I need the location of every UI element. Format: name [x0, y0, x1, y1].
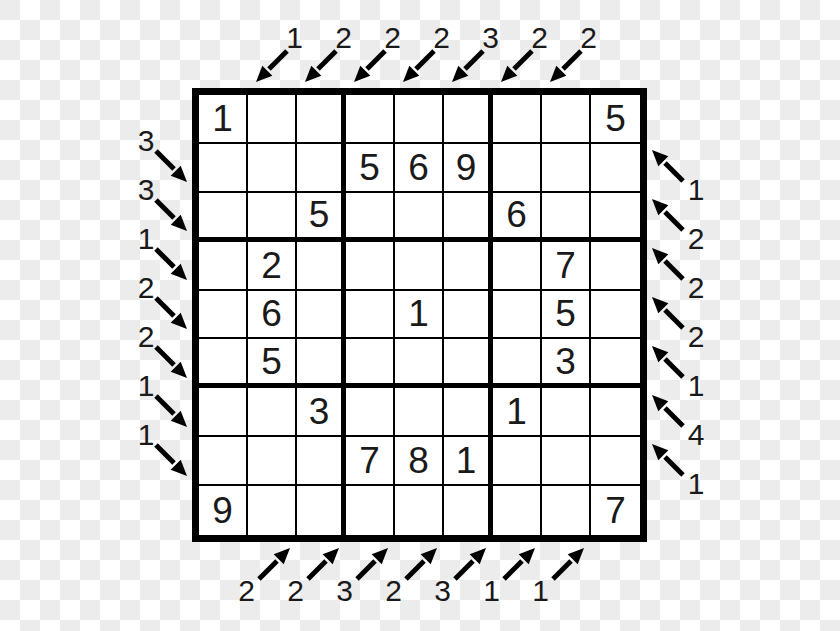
cell-r6c3[interactable]: [297, 339, 346, 388]
arrow-down-left-icon: [546, 46, 586, 86]
cell-r1c6[interactable]: [444, 95, 493, 144]
cell-r4c5[interactable]: [395, 242, 444, 291]
arrow-down-left-icon: [301, 46, 341, 86]
cell-r3c7[interactable]: 6: [493, 193, 542, 242]
cell-r3c2[interactable]: [248, 193, 297, 242]
arrow-down-right-icon: [151, 293, 191, 333]
cell-r5c8[interactable]: 5: [542, 291, 591, 340]
arrow-up-left-icon: [648, 146, 688, 186]
cell-r2c1[interactable]: [199, 144, 248, 193]
cell-r4c3[interactable]: [297, 242, 346, 291]
cell-r6c1[interactable]: [199, 339, 248, 388]
cell-r7c9[interactable]: [591, 388, 640, 437]
arrow-down-left-icon: [252, 46, 292, 86]
cell-r8c6[interactable]: 1: [444, 437, 493, 486]
cell-r3c9[interactable]: [591, 193, 640, 242]
cell-r3c5[interactable]: [395, 193, 444, 242]
clue-bottom-4-value: 3: [336, 576, 353, 606]
cell-r5c3[interactable]: [297, 291, 346, 340]
arrow-down-left-icon: [350, 46, 390, 86]
clue-right-2-value: 1: [688, 175, 705, 205]
cell-r7c2[interactable]: [248, 388, 297, 437]
cell-r8c1[interactable]: [199, 437, 248, 486]
sudoku-board: 155695627615533178197: [192, 88, 647, 542]
cell-r3c3[interactable]: 5: [297, 193, 346, 242]
clue-bottom-6-value: 3: [434, 576, 451, 606]
clue-right-6-value: 1: [688, 371, 705, 401]
arrow-down-right-icon: [151, 244, 191, 284]
cell-r7c5[interactable]: [395, 388, 444, 437]
cell-r8c3[interactable]: [297, 437, 346, 486]
cell-r2c6[interactable]: 9: [444, 144, 493, 193]
cell-r9c1[interactable]: 9: [199, 486, 248, 535]
clue-right-5-value: 2: [688, 322, 705, 352]
cell-r2c9[interactable]: [591, 144, 640, 193]
cell-r1c9[interactable]: 5: [591, 95, 640, 144]
cell-r3c1[interactable]: [199, 193, 248, 242]
cell-r9c9[interactable]: 7: [591, 486, 640, 535]
cell-r5c5[interactable]: 1: [395, 291, 444, 340]
cell-r1c5[interactable]: [395, 95, 444, 144]
cell-r4c2[interactable]: 2: [248, 242, 297, 291]
cell-r7c7[interactable]: 1: [493, 388, 542, 437]
cell-r4c1[interactable]: [199, 242, 248, 291]
arrow-up-left-icon: [648, 391, 688, 431]
cell-r5c7[interactable]: [493, 291, 542, 340]
clue-bottom-3-value: 2: [287, 576, 304, 606]
cell-r7c6[interactable]: [444, 388, 493, 437]
cell-r2c4[interactable]: 5: [346, 144, 395, 193]
cell-r9c4[interactable]: [346, 486, 395, 535]
cell-r8c7[interactable]: [493, 437, 542, 486]
cell-r2c2[interactable]: [248, 144, 297, 193]
arrow-down-right-icon: [151, 391, 191, 431]
clue-bottom-5-value: 2: [385, 576, 402, 606]
cell-r4c4[interactable]: [346, 242, 395, 291]
cell-r4c7[interactable]: [493, 242, 542, 291]
arrow-down-right-icon: [151, 342, 191, 382]
cell-r6c9[interactable]: [591, 339, 640, 388]
cell-r2c5[interactable]: 6: [395, 144, 444, 193]
cell-r8c5[interactable]: 8: [395, 437, 444, 486]
clue-bottom-2-value: 2: [238, 576, 255, 606]
arrow-up-left-icon: [648, 244, 688, 284]
arrow-down-left-icon: [448, 46, 488, 86]
cell-r6c5[interactable]: [395, 339, 444, 388]
clue-right-8-value: 1: [688, 469, 705, 499]
cell-r4c6[interactable]: [444, 242, 493, 291]
arrow-down-right-icon: [151, 146, 191, 186]
clue-right-7-value: 4: [688, 420, 705, 450]
arrow-down-left-icon: [399, 46, 439, 86]
cell-r3c6[interactable]: [444, 193, 493, 242]
cell-r5c2[interactable]: 6: [248, 291, 297, 340]
cell-r2c7[interactable]: [493, 144, 542, 193]
cell-r5c4[interactable]: [346, 291, 395, 340]
puzzle-canvas: 155695627615533178197 122232233122111222…: [0, 0, 840, 631]
cell-r9c3[interactable]: [297, 486, 346, 535]
cell-r3c8[interactable]: [542, 193, 591, 242]
cell-r1c7[interactable]: [493, 95, 542, 144]
arrow-up-left-icon: [648, 440, 688, 480]
cell-r6c8[interactable]: 3: [542, 339, 591, 388]
cell-r9c7[interactable]: [493, 486, 542, 535]
arrow-up-left-icon: [648, 342, 688, 382]
cell-r6c6[interactable]: [444, 339, 493, 388]
cell-r1c4[interactable]: [346, 95, 395, 144]
arrow-down-left-icon: [497, 46, 537, 86]
clue-right-3-value: 2: [688, 224, 705, 254]
cell-r4c8[interactable]: 7: [542, 242, 591, 291]
cell-r1c2[interactable]: [248, 95, 297, 144]
cell-r8c4[interactable]: 7: [346, 437, 395, 486]
arrow-down-right-icon: [151, 440, 191, 480]
cell-r5c6[interactable]: [444, 291, 493, 340]
arrow-up-left-icon: [648, 293, 688, 333]
cell-r2c8[interactable]: [542, 144, 591, 193]
clue-bottom-8-value: 1: [532, 576, 549, 606]
cell-r1c3[interactable]: [297, 95, 346, 144]
cell-r7c1[interactable]: [199, 388, 248, 437]
cell-r2c3[interactable]: [297, 144, 346, 193]
cell-r1c8[interactable]: [542, 95, 591, 144]
cell-r3c4[interactable]: [346, 193, 395, 242]
cell-r7c3[interactable]: 3: [297, 388, 346, 437]
cell-r8c9[interactable]: [591, 437, 640, 486]
cell-r5c1[interactable]: [199, 291, 248, 340]
cell-r6c4[interactable]: [346, 339, 395, 388]
cell-r9c2[interactable]: [248, 486, 297, 535]
cell-r9c6[interactable]: [444, 486, 493, 535]
arrow-up-right-icon: [548, 544, 588, 584]
cell-r8c2[interactable]: [248, 437, 297, 486]
cell-r9c8[interactable]: [542, 486, 591, 535]
clue-right-4-value: 2: [688, 273, 705, 303]
arrow-up-left-icon: [648, 195, 688, 235]
cell-r1c1[interactable]: 1: [199, 95, 248, 144]
cell-r8c8[interactable]: [542, 437, 591, 486]
clue-bottom-7-value: 1: [483, 576, 500, 606]
cell-r7c4[interactable]: [346, 388, 395, 437]
arrow-down-right-icon: [151, 195, 191, 235]
cell-r6c2[interactable]: 5: [248, 339, 297, 388]
cell-r6c7[interactable]: [493, 339, 542, 388]
cell-r4c9[interactable]: [591, 242, 640, 291]
cell-r5c9[interactable]: [591, 291, 640, 340]
cell-r7c8[interactable]: [542, 388, 591, 437]
cell-r9c5[interactable]: [395, 486, 444, 535]
